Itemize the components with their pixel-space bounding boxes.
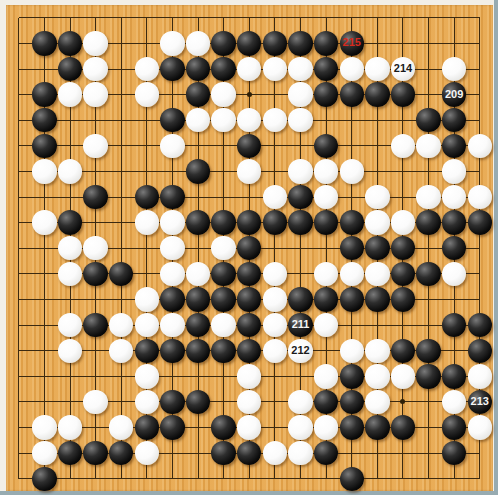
intersection[interactable]	[236, 107, 262, 133]
intersection[interactable]	[185, 389, 211, 415]
intersection[interactable]	[185, 287, 211, 313]
intersection[interactable]	[134, 56, 160, 82]
intersection[interactable]	[32, 312, 58, 338]
intersection[interactable]	[288, 389, 314, 415]
intersection[interactable]	[365, 261, 391, 287]
intersection[interactable]	[134, 261, 160, 287]
intersection[interactable]	[185, 56, 211, 82]
intersection[interactable]	[262, 5, 288, 31]
intersection[interactable]	[32, 56, 58, 82]
intersection[interactable]	[6, 31, 32, 57]
intersection[interactable]	[390, 364, 416, 390]
intersection[interactable]	[365, 159, 391, 185]
intersection[interactable]	[160, 338, 186, 364]
intersection[interactable]	[390, 107, 416, 133]
intersection[interactable]	[262, 210, 288, 236]
intersection[interactable]	[339, 82, 365, 108]
intersection[interactable]	[313, 389, 339, 415]
intersection[interactable]	[467, 312, 493, 338]
intersection[interactable]	[83, 440, 109, 466]
intersection[interactable]	[390, 159, 416, 185]
intersection[interactable]	[262, 235, 288, 261]
intersection[interactable]	[185, 133, 211, 159]
intersection[interactable]	[339, 338, 365, 364]
intersection[interactable]	[32, 466, 58, 492]
intersection[interactable]	[313, 133, 339, 159]
intersection[interactable]	[236, 364, 262, 390]
intersection[interactable]	[57, 312, 83, 338]
intersection[interactable]	[313, 184, 339, 210]
intersection[interactable]	[236, 440, 262, 466]
intersection[interactable]	[365, 415, 391, 441]
intersection[interactable]	[236, 5, 262, 31]
intersection[interactable]	[365, 107, 391, 133]
intersection[interactable]	[236, 466, 262, 492]
intersection[interactable]	[134, 312, 160, 338]
intersection[interactable]	[390, 415, 416, 441]
intersection[interactable]	[288, 210, 314, 236]
intersection[interactable]	[211, 184, 237, 210]
intersection[interactable]	[160, 312, 186, 338]
intersection[interactable]	[288, 235, 314, 261]
intersection[interactable]	[32, 261, 58, 287]
intersection[interactable]	[262, 82, 288, 108]
intersection[interactable]	[160, 287, 186, 313]
intersection[interactable]	[160, 389, 186, 415]
intersection[interactable]	[6, 389, 32, 415]
intersection[interactable]	[57, 31, 83, 57]
intersection[interactable]	[262, 287, 288, 313]
intersection[interactable]	[390, 389, 416, 415]
intersection[interactable]	[83, 5, 109, 31]
intersection[interactable]	[390, 466, 416, 492]
intersection[interactable]	[160, 364, 186, 390]
intersection[interactable]	[236, 261, 262, 287]
intersection[interactable]	[108, 184, 134, 210]
intersection[interactable]	[57, 364, 83, 390]
intersection[interactable]	[134, 210, 160, 236]
intersection[interactable]	[416, 210, 442, 236]
intersection[interactable]	[6, 287, 32, 313]
intersection[interactable]	[134, 440, 160, 466]
intersection[interactable]	[6, 133, 32, 159]
intersection[interactable]	[467, 466, 493, 492]
intersection[interactable]	[236, 312, 262, 338]
intersection[interactable]	[108, 5, 134, 31]
intersection[interactable]	[416, 440, 442, 466]
intersection[interactable]	[313, 235, 339, 261]
intersection[interactable]	[441, 5, 467, 31]
intersection[interactable]	[416, 364, 442, 390]
intersection[interactable]	[57, 82, 83, 108]
intersection[interactable]	[160, 56, 186, 82]
intersection[interactable]	[57, 389, 83, 415]
intersection[interactable]	[365, 31, 391, 57]
intersection[interactable]	[288, 364, 314, 390]
intersection[interactable]	[339, 56, 365, 82]
intersection[interactable]	[339, 364, 365, 390]
intersection[interactable]	[57, 466, 83, 492]
intersection[interactable]	[108, 312, 134, 338]
intersection[interactable]	[211, 107, 237, 133]
intersection[interactable]	[467, 31, 493, 57]
intersection[interactable]	[160, 466, 186, 492]
intersection[interactable]	[262, 31, 288, 57]
intersection[interactable]	[467, 159, 493, 185]
intersection[interactable]	[313, 56, 339, 82]
intersection[interactable]	[262, 440, 288, 466]
intersection[interactable]	[185, 82, 211, 108]
intersection[interactable]	[108, 440, 134, 466]
intersection[interactable]	[83, 466, 109, 492]
intersection[interactable]	[6, 466, 32, 492]
intersection[interactable]	[416, 184, 442, 210]
intersection[interactable]	[32, 5, 58, 31]
intersection[interactable]	[313, 261, 339, 287]
intersection[interactable]	[134, 364, 160, 390]
intersection[interactable]	[390, 312, 416, 338]
intersection[interactable]	[185, 31, 211, 57]
intersection[interactable]	[288, 107, 314, 133]
intersection[interactable]	[339, 261, 365, 287]
intersection[interactable]	[365, 364, 391, 390]
intersection[interactable]	[262, 184, 288, 210]
intersection[interactable]	[236, 133, 262, 159]
intersection[interactable]	[185, 235, 211, 261]
intersection[interactable]	[262, 133, 288, 159]
intersection[interactable]: 214	[390, 56, 416, 82]
intersection[interactable]	[211, 82, 237, 108]
intersection[interactable]	[467, 56, 493, 82]
intersection[interactable]	[211, 415, 237, 441]
intersection[interactable]	[6, 210, 32, 236]
intersection[interactable]	[416, 56, 442, 82]
intersection[interactable]	[467, 107, 493, 133]
intersection[interactable]	[57, 5, 83, 31]
intersection[interactable]	[6, 5, 32, 31]
intersection[interactable]	[211, 440, 237, 466]
intersection[interactable]	[313, 364, 339, 390]
intersection[interactable]	[339, 133, 365, 159]
intersection[interactable]	[185, 440, 211, 466]
intersection[interactable]	[32, 287, 58, 313]
intersection[interactable]	[57, 338, 83, 364]
intersection[interactable]	[185, 312, 211, 338]
intersection[interactable]	[416, 82, 442, 108]
intersection[interactable]	[467, 133, 493, 159]
intersection[interactable]	[236, 82, 262, 108]
intersection[interactable]	[262, 261, 288, 287]
intersection[interactable]	[441, 210, 467, 236]
intersection[interactable]	[390, 440, 416, 466]
intersection[interactable]	[390, 82, 416, 108]
intersection[interactable]	[236, 235, 262, 261]
intersection[interactable]	[365, 312, 391, 338]
intersection[interactable]	[6, 364, 32, 390]
intersection[interactable]	[236, 287, 262, 313]
intersection[interactable]	[108, 210, 134, 236]
intersection[interactable]	[236, 415, 262, 441]
intersection[interactable]	[211, 466, 237, 492]
intersection[interactable]	[108, 56, 134, 82]
intersection[interactable]	[57, 184, 83, 210]
intersection[interactable]	[83, 338, 109, 364]
intersection[interactable]	[339, 235, 365, 261]
intersection[interactable]	[185, 210, 211, 236]
intersection[interactable]	[441, 261, 467, 287]
intersection[interactable]	[32, 415, 58, 441]
intersection[interactable]	[365, 338, 391, 364]
intersection[interactable]	[467, 184, 493, 210]
intersection[interactable]	[416, 235, 442, 261]
intersection[interactable]	[32, 235, 58, 261]
intersection[interactable]	[236, 56, 262, 82]
intersection[interactable]	[108, 287, 134, 313]
intersection[interactable]	[160, 184, 186, 210]
intersection[interactable]	[211, 312, 237, 338]
intersection[interactable]	[416, 466, 442, 492]
intersection[interactable]	[441, 184, 467, 210]
intersection[interactable]	[211, 133, 237, 159]
intersection[interactable]	[32, 210, 58, 236]
intersection[interactable]	[83, 210, 109, 236]
intersection[interactable]	[108, 107, 134, 133]
intersection[interactable]	[288, 415, 314, 441]
intersection[interactable]	[236, 31, 262, 57]
intersection[interactable]	[313, 466, 339, 492]
intersection[interactable]: 212	[288, 338, 314, 364]
intersection[interactable]	[108, 466, 134, 492]
intersection[interactable]	[467, 210, 493, 236]
intersection[interactable]	[32, 389, 58, 415]
intersection[interactable]	[134, 107, 160, 133]
intersection[interactable]	[83, 389, 109, 415]
intersection[interactable]	[6, 159, 32, 185]
intersection[interactable]	[441, 389, 467, 415]
intersection[interactable]	[211, 261, 237, 287]
intersection[interactable]: 211	[288, 312, 314, 338]
intersection[interactable]	[416, 415, 442, 441]
intersection[interactable]	[467, 235, 493, 261]
intersection[interactable]	[57, 440, 83, 466]
intersection[interactable]	[6, 440, 32, 466]
intersection[interactable]	[262, 107, 288, 133]
intersection[interactable]	[57, 133, 83, 159]
intersection[interactable]	[160, 31, 186, 57]
intersection[interactable]	[262, 415, 288, 441]
intersection[interactable]	[6, 56, 32, 82]
intersection[interactable]	[313, 440, 339, 466]
intersection[interactable]	[6, 82, 32, 108]
intersection[interactable]	[108, 159, 134, 185]
intersection[interactable]	[441, 107, 467, 133]
intersection[interactable]	[108, 235, 134, 261]
intersection[interactable]	[313, 338, 339, 364]
intersection[interactable]	[416, 312, 442, 338]
intersection[interactable]	[441, 235, 467, 261]
intersection[interactable]	[6, 338, 32, 364]
intersection[interactable]	[108, 31, 134, 57]
intersection[interactable]	[339, 415, 365, 441]
intersection[interactable]	[211, 210, 237, 236]
intersection[interactable]	[262, 364, 288, 390]
intersection[interactable]	[57, 235, 83, 261]
intersection[interactable]	[262, 312, 288, 338]
intersection[interactable]	[6, 107, 32, 133]
intersection[interactable]	[441, 31, 467, 57]
intersection[interactable]	[339, 287, 365, 313]
intersection[interactable]	[390, 210, 416, 236]
intersection[interactable]	[467, 261, 493, 287]
intersection[interactable]	[211, 364, 237, 390]
intersection[interactable]	[108, 261, 134, 287]
intersection[interactable]	[390, 235, 416, 261]
intersection[interactable]	[339, 159, 365, 185]
intersection[interactable]	[108, 338, 134, 364]
intersection[interactable]	[416, 5, 442, 31]
intersection[interactable]	[108, 415, 134, 441]
intersection[interactable]	[288, 466, 314, 492]
intersection[interactable]	[313, 5, 339, 31]
intersection[interactable]	[467, 364, 493, 390]
intersection[interactable]	[32, 107, 58, 133]
intersection[interactable]	[211, 338, 237, 364]
intersection[interactable]	[313, 82, 339, 108]
intersection[interactable]	[390, 261, 416, 287]
intersection[interactable]	[365, 389, 391, 415]
intersection[interactable]	[365, 440, 391, 466]
intersection[interactable]	[416, 159, 442, 185]
intersection[interactable]	[57, 210, 83, 236]
intersection[interactable]	[211, 5, 237, 31]
intersection[interactable]	[134, 5, 160, 31]
intersection[interactable]	[134, 287, 160, 313]
intersection[interactable]	[441, 364, 467, 390]
intersection[interactable]	[441, 466, 467, 492]
intersection[interactable]	[32, 159, 58, 185]
intersection[interactable]	[365, 210, 391, 236]
intersection[interactable]	[160, 415, 186, 441]
intersection[interactable]	[57, 287, 83, 313]
intersection[interactable]	[390, 184, 416, 210]
intersection[interactable]	[236, 184, 262, 210]
intersection[interactable]	[339, 389, 365, 415]
intersection[interactable]	[160, 261, 186, 287]
intersection[interactable]	[211, 389, 237, 415]
intersection[interactable]	[339, 466, 365, 492]
intersection[interactable]	[6, 415, 32, 441]
intersection[interactable]	[416, 389, 442, 415]
intersection[interactable]	[365, 466, 391, 492]
intersection[interactable]	[236, 210, 262, 236]
intersection[interactable]	[441, 159, 467, 185]
intersection[interactable]	[57, 415, 83, 441]
intersection[interactable]	[83, 287, 109, 313]
intersection[interactable]	[160, 210, 186, 236]
intersection[interactable]	[6, 312, 32, 338]
intersection[interactable]: 213	[467, 389, 493, 415]
intersection[interactable]	[185, 261, 211, 287]
intersection[interactable]	[83, 159, 109, 185]
intersection[interactable]	[467, 5, 493, 31]
intersection[interactable]	[288, 287, 314, 313]
intersection[interactable]	[236, 338, 262, 364]
intersection[interactable]	[441, 338, 467, 364]
intersection[interactable]	[441, 312, 467, 338]
intersection[interactable]	[365, 5, 391, 31]
intersection[interactable]	[134, 415, 160, 441]
intersection[interactable]	[134, 235, 160, 261]
intersection[interactable]	[211, 235, 237, 261]
intersection[interactable]	[262, 159, 288, 185]
intersection[interactable]	[134, 389, 160, 415]
intersection[interactable]	[288, 82, 314, 108]
intersection[interactable]	[6, 235, 32, 261]
intersection[interactable]	[313, 107, 339, 133]
intersection[interactable]: 215	[339, 31, 365, 57]
intersection[interactable]	[365, 235, 391, 261]
intersection[interactable]	[262, 338, 288, 364]
intersection[interactable]	[288, 440, 314, 466]
intersection[interactable]	[32, 82, 58, 108]
intersection[interactable]	[467, 415, 493, 441]
intersection[interactable]	[185, 415, 211, 441]
intersection[interactable]	[57, 159, 83, 185]
intersection[interactable]	[83, 312, 109, 338]
intersection[interactable]	[160, 133, 186, 159]
intersection[interactable]	[32, 31, 58, 57]
intersection[interactable]	[160, 107, 186, 133]
intersection[interactable]	[390, 287, 416, 313]
intersection[interactable]	[441, 287, 467, 313]
intersection[interactable]	[83, 107, 109, 133]
intersection[interactable]	[390, 133, 416, 159]
intersection[interactable]	[211, 159, 237, 185]
intersection[interactable]	[185, 159, 211, 185]
intersection[interactable]: 209	[441, 82, 467, 108]
intersection[interactable]	[288, 5, 314, 31]
intersection[interactable]	[262, 56, 288, 82]
intersection[interactable]	[108, 364, 134, 390]
intersection[interactable]	[160, 235, 186, 261]
intersection[interactable]	[390, 338, 416, 364]
intersection[interactable]	[6, 261, 32, 287]
intersection[interactable]	[313, 312, 339, 338]
intersection[interactable]	[416, 261, 442, 287]
intersection[interactable]	[83, 415, 109, 441]
intersection[interactable]	[83, 364, 109, 390]
intersection[interactable]	[32, 440, 58, 466]
intersection[interactable]	[32, 184, 58, 210]
intersection[interactable]	[339, 184, 365, 210]
intersection[interactable]	[416, 287, 442, 313]
intersection[interactable]	[185, 338, 211, 364]
intersection[interactable]	[108, 389, 134, 415]
intersection[interactable]	[32, 133, 58, 159]
intersection[interactable]	[57, 107, 83, 133]
intersection[interactable]	[185, 184, 211, 210]
intersection[interactable]	[416, 133, 442, 159]
intersection[interactable]	[339, 312, 365, 338]
intersection[interactable]	[108, 82, 134, 108]
goban-grid[interactable]: 215214209211212213	[6, 5, 493, 492]
intersection[interactable]	[313, 210, 339, 236]
intersection[interactable]	[262, 466, 288, 492]
intersection[interactable]	[32, 338, 58, 364]
intersection[interactable]	[288, 56, 314, 82]
intersection[interactable]	[467, 440, 493, 466]
intersection[interactable]	[313, 415, 339, 441]
